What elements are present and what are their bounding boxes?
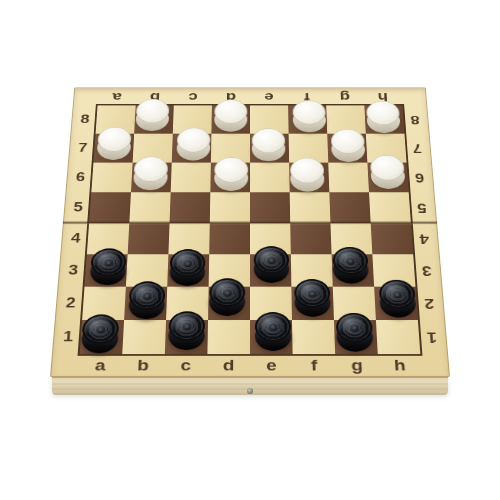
- square-b1[interactable]: [122, 320, 166, 354]
- piece-white-f6[interactable]: [290, 158, 325, 192]
- board-perspective-scene: abcdefgh abcdefgh 87654321 87654321: [50, 0, 450, 377]
- rank-label-left-4: 4: [62, 223, 89, 254]
- piece-black-c1[interactable]: [168, 311, 205, 350]
- square-d5[interactable]: [210, 192, 250, 223]
- piece-white-g7[interactable]: [331, 129, 366, 162]
- piece-white-d8[interactable]: [214, 100, 247, 132]
- file-label-bottom-g: g: [335, 355, 379, 376]
- piece-top: [370, 155, 405, 180]
- piece-top: [214, 157, 248, 182]
- rank-label-left-8: 8: [72, 105, 97, 133]
- piece-top: [366, 101, 400, 125]
- piece-black-a1[interactable]: [81, 314, 120, 353]
- piece-top: [294, 279, 330, 307]
- piece-white-a7[interactable]: [96, 127, 131, 160]
- square-e5[interactable]: [250, 192, 290, 223]
- file-label-top-g: g: [326, 89, 365, 106]
- square-f5[interactable]: [290, 192, 331, 223]
- rank-label-right-2: 2: [415, 287, 443, 320]
- piece-top: [252, 128, 286, 153]
- piece-top: [214, 100, 247, 124]
- square-g5[interactable]: [329, 192, 370, 223]
- piece-black-c3[interactable]: [169, 249, 205, 286]
- piece-black-h2[interactable]: [379, 280, 417, 318]
- square-c6[interactable]: [171, 163, 211, 193]
- file-label-bottom-f: f: [293, 355, 336, 376]
- piece-top: [292, 100, 326, 124]
- piece-black-a3[interactable]: [89, 248, 127, 285]
- square-g6[interactable]: [328, 163, 369, 193]
- square-a6[interactable]: [91, 163, 132, 193]
- square-h4[interactable]: [371, 223, 413, 254]
- piece-black-b2[interactable]: [128, 281, 165, 319]
- square-f4[interactable]: [290, 223, 331, 254]
- piece-black-g1[interactable]: [336, 313, 374, 352]
- rank-label-right-6: 6: [407, 163, 433, 193]
- file-label-top-e: e: [250, 89, 288, 106]
- piece-black-e3[interactable]: [254, 246, 290, 283]
- piece-white-e7[interactable]: [252, 128, 286, 161]
- piece-white-c7[interactable]: [176, 128, 210, 161]
- rank-label-right-7: 7: [404, 134, 430, 163]
- piece-black-f2[interactable]: [294, 279, 331, 317]
- piece-white-d6[interactable]: [214, 157, 248, 191]
- square-f1[interactable]: [292, 320, 335, 354]
- file-label-top-c: c: [174, 89, 212, 106]
- file-label-top-a: a: [98, 89, 137, 106]
- rank-label-left-7: 7: [70, 134, 96, 163]
- checkers-board: abcdefgh abcdefgh 87654321 87654321: [50, 87, 450, 377]
- board-front-edge: [52, 377, 448, 395]
- rank-label-right-4: 4: [411, 223, 438, 254]
- square-h1[interactable]: [376, 320, 420, 354]
- hinge-screw: [247, 388, 253, 394]
- fold-seam: [63, 221, 437, 224]
- file-labels-bottom: abcdefgh: [78, 355, 422, 376]
- piece-top: [254, 246, 289, 274]
- rank-label-right-5: 5: [409, 192, 436, 223]
- piece-white-h8[interactable]: [366, 101, 401, 133]
- playing-grid: [80, 105, 421, 354]
- square-c5[interactable]: [170, 192, 211, 223]
- square-a5[interactable]: [89, 192, 131, 223]
- rank-label-left-1: 1: [54, 320, 82, 354]
- rank-label-left-3: 3: [59, 254, 86, 286]
- square-d1[interactable]: [207, 320, 250, 354]
- piece-top: [332, 247, 368, 275]
- piece-top: [379, 280, 417, 308]
- rank-label-right-8: 8: [402, 105, 427, 133]
- piece-top: [331, 129, 365, 154]
- piece-top: [209, 278, 245, 306]
- piece-black-g3[interactable]: [332, 247, 369, 284]
- file-label-bottom-h: h: [378, 355, 422, 376]
- file-label-bottom-a: a: [78, 355, 122, 376]
- file-label-bottom-c: c: [164, 355, 207, 376]
- piece-top: [290, 158, 324, 183]
- piece-black-d2[interactable]: [209, 278, 245, 316]
- file-label-bottom-b: b: [121, 355, 165, 376]
- piece-black-e1[interactable]: [255, 312, 292, 351]
- piece-white-b8[interactable]: [135, 99, 169, 131]
- rank-label-left-2: 2: [57, 287, 85, 320]
- piece-top: [255, 312, 292, 341]
- square-e6[interactable]: [250, 163, 290, 193]
- piece-top: [336, 313, 374, 342]
- file-label-bottom-e: e: [250, 355, 293, 376]
- square-b4[interactable]: [128, 223, 170, 254]
- square-b5[interactable]: [129, 192, 170, 223]
- piece-white-f8[interactable]: [292, 100, 326, 132]
- rank-label-left-5: 5: [65, 192, 92, 223]
- piece-white-h6[interactable]: [370, 155, 406, 189]
- rank-label-left-6: 6: [67, 163, 93, 193]
- square-h5[interactable]: [369, 192, 411, 223]
- photo-background: abcdefgh abcdefgh 87654321 87654321: [0, 0, 500, 500]
- piece-white-b6[interactable]: [133, 156, 168, 190]
- file-label-bottom-d: d: [207, 355, 250, 376]
- square-d4[interactable]: [209, 223, 250, 254]
- rank-label-right-3: 3: [413, 254, 440, 286]
- rank-label-right-1: 1: [418, 320, 446, 354]
